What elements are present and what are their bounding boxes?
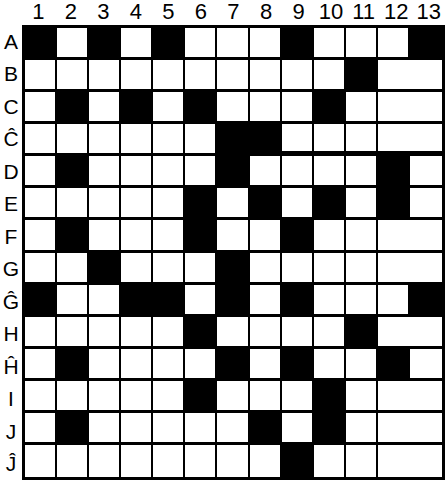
cell-H12[interactable] — [378, 317, 410, 349]
cell-Ĥ5[interactable] — [153, 349, 185, 381]
black-cell-A9 — [282, 28, 314, 60]
cell-Ĥ6[interactable] — [185, 349, 217, 381]
row-label-B: B — [0, 58, 22, 91]
column-labels: 12345678910111213 — [22, 0, 445, 25]
cell-C3[interactable] — [89, 92, 121, 124]
black-cell-C2 — [57, 92, 89, 124]
black-cell-Ĉ7 — [217, 124, 249, 156]
cell-C11[interactable] — [346, 92, 378, 124]
cell-Ĵ11[interactable] — [346, 445, 378, 477]
black-cell-D2 — [57, 156, 89, 188]
cell-A6[interactable] — [185, 28, 217, 60]
black-cell-Ĝ1 — [25, 285, 57, 317]
column-label-1: 1 — [22, 0, 55, 25]
row-label-H: H — [0, 318, 22, 351]
cell-I9[interactable] — [282, 381, 314, 413]
cell-Ĉ9[interactable] — [282, 124, 314, 156]
cell-J6[interactable] — [185, 413, 217, 445]
row-label-C: C — [0, 90, 22, 123]
cell-E3[interactable] — [89, 188, 121, 220]
column-label-9: 9 — [282, 0, 315, 25]
cell-Ĵ7[interactable] — [217, 445, 249, 477]
cell-I4[interactable] — [121, 381, 153, 413]
black-cell-E10 — [314, 188, 346, 220]
column-label-8: 8 — [250, 0, 283, 25]
cell-Ĉ1[interactable] — [25, 124, 57, 156]
cell-Ĵ8[interactable] — [250, 445, 282, 477]
black-cell-Ĝ4 — [121, 285, 153, 317]
cell-Ĵ2[interactable] — [57, 445, 89, 477]
cell-B10[interactable] — [314, 60, 346, 92]
cell-Ĝ12[interactable] — [378, 285, 410, 317]
cell-I5[interactable] — [153, 381, 185, 413]
cell-H13[interactable] — [410, 317, 442, 349]
column-label-12: 12 — [380, 0, 413, 25]
column-label-5: 5 — [152, 0, 185, 25]
cell-A8[interactable] — [250, 28, 282, 60]
cell-Ĝ2[interactable] — [57, 285, 89, 317]
cell-Ĉ2[interactable] — [57, 124, 89, 156]
black-cell-H11 — [346, 317, 378, 349]
cell-A7[interactable] — [217, 28, 249, 60]
cell-I12[interactable] — [378, 381, 410, 413]
cell-H7[interactable] — [217, 317, 249, 349]
cell-D8[interactable] — [250, 156, 282, 188]
black-cell-D12 — [378, 156, 410, 188]
black-cell-Ĝ9 — [282, 285, 314, 317]
black-cell-I10 — [314, 381, 346, 413]
cell-I11[interactable] — [346, 381, 378, 413]
black-cell-J2 — [57, 413, 89, 445]
cell-H1[interactable] — [25, 317, 57, 349]
cell-A12[interactable] — [378, 28, 410, 60]
cell-B4[interactable] — [121, 60, 153, 92]
cell-C7[interactable] — [217, 92, 249, 124]
cell-Ĝ3[interactable] — [89, 285, 121, 317]
black-cell-F9 — [282, 220, 314, 252]
cell-I8[interactable] — [250, 381, 282, 413]
cell-J11[interactable] — [346, 413, 378, 445]
cell-D5[interactable] — [153, 156, 185, 188]
cell-D11[interactable] — [346, 156, 378, 188]
cell-G11[interactable] — [346, 253, 378, 285]
cell-Ĉ12[interactable] — [378, 124, 410, 156]
row-label-E: E — [0, 188, 22, 221]
column-label-4: 4 — [120, 0, 153, 25]
cell-F5[interactable] — [153, 220, 185, 252]
black-cell-F6 — [185, 220, 217, 252]
cell-I1[interactable] — [25, 381, 57, 413]
cell-F1[interactable] — [25, 220, 57, 252]
row-label-Ĥ: Ĥ — [0, 350, 22, 383]
black-cell-A13 — [410, 28, 442, 60]
cell-E7[interactable] — [217, 188, 249, 220]
cell-D9[interactable] — [282, 156, 314, 188]
black-cell-I6 — [185, 381, 217, 413]
cell-E13[interactable] — [410, 188, 442, 220]
black-cell-A5 — [153, 28, 185, 60]
cell-Ĵ13[interactable] — [410, 445, 442, 477]
column-label-6: 6 — [185, 0, 218, 25]
black-cell-F2 — [57, 220, 89, 252]
black-cell-Ĥ7 — [217, 349, 249, 381]
black-cell-Ĝ7 — [217, 285, 249, 317]
row-label-A: A — [0, 25, 22, 58]
black-cell-G3 — [89, 253, 121, 285]
cell-J5[interactable] — [153, 413, 185, 445]
row-label-D: D — [0, 155, 22, 188]
cell-C13[interactable] — [410, 92, 442, 124]
row-label-I: I — [0, 383, 22, 416]
cell-A4[interactable] — [121, 28, 153, 60]
cell-Ĉ10[interactable] — [314, 124, 346, 156]
cell-D4[interactable] — [121, 156, 153, 188]
cell-Ĵ4[interactable] — [121, 445, 153, 477]
cell-C5[interactable] — [153, 92, 185, 124]
cell-Ĉ3[interactable] — [89, 124, 121, 156]
row-label-G: G — [0, 253, 22, 286]
cell-Ĝ10[interactable] — [314, 285, 346, 317]
cell-F7[interactable] — [217, 220, 249, 252]
cell-G9[interactable] — [282, 253, 314, 285]
cell-B13[interactable] — [410, 60, 442, 92]
cell-F11[interactable] — [346, 220, 378, 252]
cell-C8[interactable] — [250, 92, 282, 124]
cell-Ĥ3[interactable] — [89, 349, 121, 381]
row-label-Ĝ: Ĝ — [0, 285, 22, 318]
cell-G10[interactable] — [314, 253, 346, 285]
cell-H8[interactable] — [250, 317, 282, 349]
cell-Ĥ1[interactable] — [25, 349, 57, 381]
cell-G8[interactable] — [250, 253, 282, 285]
cell-G2[interactable] — [57, 253, 89, 285]
black-cell-B11 — [346, 60, 378, 92]
column-label-2: 2 — [55, 0, 88, 25]
black-cell-G7 — [217, 253, 249, 285]
cell-F12[interactable] — [378, 220, 410, 252]
cell-E4[interactable] — [121, 188, 153, 220]
cell-B9[interactable] — [282, 60, 314, 92]
cell-C9[interactable] — [282, 92, 314, 124]
cell-I13[interactable] — [410, 381, 442, 413]
cell-F13[interactable] — [410, 220, 442, 252]
row-label-J: J — [0, 415, 22, 448]
cell-B8[interactable] — [250, 60, 282, 92]
black-cell-Ĵ9 — [282, 445, 314, 477]
black-cell-Ĝ5 — [153, 285, 185, 317]
cell-J3[interactable] — [89, 413, 121, 445]
cell-Ĝ6[interactable] — [185, 285, 217, 317]
crossword-grid — [22, 25, 445, 480]
cell-J7[interactable] — [217, 413, 249, 445]
cell-Ĥ4[interactable] — [121, 349, 153, 381]
cell-F3[interactable] — [89, 220, 121, 252]
cell-E9[interactable] — [282, 188, 314, 220]
cell-B7[interactable] — [217, 60, 249, 92]
cell-Ĉ5[interactable] — [153, 124, 185, 156]
cell-Ĝ8[interactable] — [250, 285, 282, 317]
black-cell-E12 — [378, 188, 410, 220]
cell-B3[interactable] — [89, 60, 121, 92]
black-cell-E6 — [185, 188, 217, 220]
cell-H3[interactable] — [89, 317, 121, 349]
black-cell-Ĝ13 — [410, 285, 442, 317]
row-label-Ĉ: Ĉ — [0, 123, 22, 156]
cell-H4[interactable] — [121, 317, 153, 349]
cell-D1[interactable] — [25, 156, 57, 188]
cell-E1[interactable] — [25, 188, 57, 220]
cell-J4[interactable] — [121, 413, 153, 445]
black-cell-Ĉ8 — [250, 124, 282, 156]
black-cell-E8 — [250, 188, 282, 220]
black-cell-A3 — [89, 28, 121, 60]
cell-B6[interactable] — [185, 60, 217, 92]
black-cell-C6 — [185, 92, 217, 124]
cell-F8[interactable] — [250, 220, 282, 252]
cell-Ĵ1[interactable] — [25, 445, 57, 477]
cell-H9[interactable] — [282, 317, 314, 349]
cell-Ĉ6[interactable] — [185, 124, 217, 156]
cell-Ĉ4[interactable] — [121, 124, 153, 156]
cell-Ĵ6[interactable] — [185, 445, 217, 477]
black-cell-H6 — [185, 317, 217, 349]
cell-E2[interactable] — [57, 188, 89, 220]
cell-A2[interactable] — [57, 28, 89, 60]
cell-B1[interactable] — [25, 60, 57, 92]
black-cell-C4 — [121, 92, 153, 124]
cell-I2[interactable] — [57, 381, 89, 413]
cell-B5[interactable] — [153, 60, 185, 92]
cell-B2[interactable] — [57, 60, 89, 92]
cell-Ĵ3[interactable] — [89, 445, 121, 477]
black-cell-J8 — [250, 413, 282, 445]
cell-F4[interactable] — [121, 220, 153, 252]
black-cell-Ĥ12 — [378, 349, 410, 381]
cell-Ĥ8[interactable] — [250, 349, 282, 381]
crossword-board: 12345678910111213 ABCĈDEFGĜHĤIJĴ — [0, 0, 445, 480]
cell-Ĥ10[interactable] — [314, 349, 346, 381]
cell-Ĵ10[interactable] — [314, 445, 346, 477]
column-label-13: 13 — [412, 0, 445, 25]
column-label-10: 10 — [315, 0, 348, 25]
black-cell-J10 — [314, 413, 346, 445]
cell-Ĝ11[interactable] — [346, 285, 378, 317]
black-cell-Ĥ2 — [57, 349, 89, 381]
cell-A11[interactable] — [346, 28, 378, 60]
cell-Ĵ12[interactable] — [378, 445, 410, 477]
cell-I7[interactable] — [217, 381, 249, 413]
cell-Ĥ11[interactable] — [346, 349, 378, 381]
cell-D3[interactable] — [89, 156, 121, 188]
cell-D6[interactable] — [185, 156, 217, 188]
cell-D13[interactable] — [410, 156, 442, 188]
cell-J1[interactable] — [25, 413, 57, 445]
cell-H10[interactable] — [314, 317, 346, 349]
cell-Ĵ5[interactable] — [153, 445, 185, 477]
cell-C12[interactable] — [378, 92, 410, 124]
cell-H5[interactable] — [153, 317, 185, 349]
row-label-F: F — [0, 220, 22, 253]
cell-Ĥ13[interactable] — [410, 349, 442, 381]
column-label-7: 7 — [217, 0, 250, 25]
cell-A10[interactable] — [314, 28, 346, 60]
cell-Ĉ13[interactable] — [410, 124, 442, 156]
cell-D10[interactable] — [314, 156, 346, 188]
black-cell-A1 — [25, 28, 57, 60]
cell-G4[interactable] — [121, 253, 153, 285]
row-label-Ĵ: Ĵ — [0, 448, 22, 480]
cell-G12[interactable] — [378, 253, 410, 285]
cell-G13[interactable] — [410, 253, 442, 285]
column-label-11: 11 — [347, 0, 380, 25]
cell-H2[interactable] — [57, 317, 89, 349]
cell-G1[interactable] — [25, 253, 57, 285]
cell-J13[interactable] — [410, 413, 442, 445]
cell-J12[interactable] — [378, 413, 410, 445]
column-label-3: 3 — [87, 0, 120, 25]
cell-G6[interactable] — [185, 253, 217, 285]
cell-E11[interactable] — [346, 188, 378, 220]
cell-I3[interactable] — [89, 381, 121, 413]
black-cell-D7 — [217, 156, 249, 188]
black-cell-Ĥ9 — [282, 349, 314, 381]
black-cell-C10 — [314, 92, 346, 124]
cell-G5[interactable] — [153, 253, 185, 285]
row-labels: ABCĈDEFGĜHĤIJĴ — [0, 25, 22, 480]
cell-F10[interactable] — [314, 220, 346, 252]
cell-E5[interactable] — [153, 188, 185, 220]
cell-C1[interactable] — [25, 92, 57, 124]
cell-Ĉ11[interactable] — [346, 124, 378, 156]
cell-J9[interactable] — [282, 413, 314, 445]
cell-B12[interactable] — [378, 60, 410, 92]
